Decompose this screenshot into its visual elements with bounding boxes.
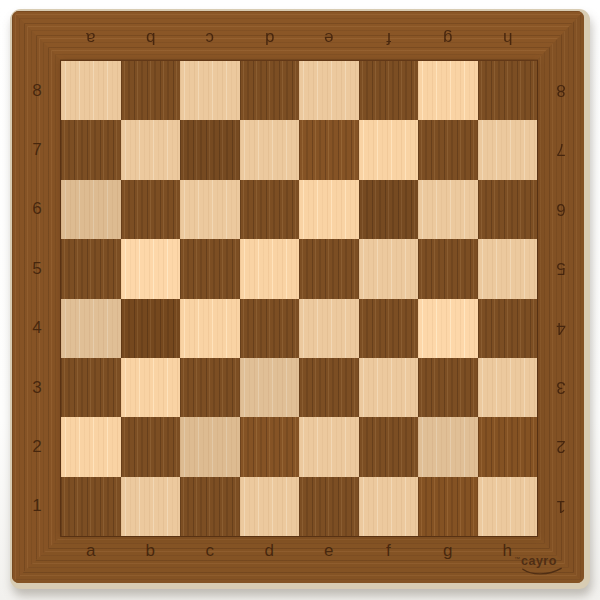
- file-labels-top: abcdefgh: [61, 27, 537, 49]
- square-b2[interactable]: [121, 417, 181, 476]
- rank-labels-left: 87654321: [25, 61, 49, 536]
- file-label-top-b: b: [121, 27, 181, 49]
- square-f5[interactable]: [359, 239, 419, 298]
- file-label-top-a: a: [61, 27, 121, 49]
- rank-label-left-3: 3: [25, 358, 49, 417]
- rank-label-left-6: 6: [25, 180, 49, 239]
- square-f4[interactable]: [359, 299, 419, 358]
- rank-label-right-2: 2: [549, 417, 573, 476]
- rank-label-right-3: 3: [549, 358, 573, 417]
- board-grid: [61, 61, 537, 536]
- square-f1[interactable]: [359, 477, 419, 536]
- square-g7[interactable]: [418, 120, 478, 179]
- file-label-top-c: c: [180, 27, 240, 49]
- square-b4[interactable]: [121, 299, 181, 358]
- square-e6[interactable]: [299, 180, 359, 239]
- square-c7[interactable]: [180, 120, 240, 179]
- square-h1[interactable]: [478, 477, 538, 536]
- square-d3[interactable]: [240, 358, 300, 417]
- square-f8[interactable]: [359, 61, 419, 120]
- square-c5[interactable]: [180, 239, 240, 298]
- square-a8[interactable]: [61, 61, 121, 120]
- rank-label-left-7: 7: [25, 120, 49, 179]
- square-b8[interactable]: [121, 61, 181, 120]
- rank-label-right-6: 6: [549, 180, 573, 239]
- square-b7[interactable]: [121, 120, 181, 179]
- square-e5[interactable]: [299, 239, 359, 298]
- square-e8[interactable]: [299, 61, 359, 120]
- square-g8[interactable]: [418, 61, 478, 120]
- brand-tm: ™: [514, 556, 520, 562]
- square-h4[interactable]: [478, 299, 538, 358]
- square-h7[interactable]: [478, 120, 538, 179]
- square-e3[interactable]: [299, 358, 359, 417]
- square-c4[interactable]: [180, 299, 240, 358]
- square-c2[interactable]: [180, 417, 240, 476]
- square-b5[interactable]: [121, 239, 181, 298]
- square-c6[interactable]: [180, 180, 240, 239]
- file-label-bottom-g: g: [418, 540, 478, 562]
- rank-label-left-8: 8: [25, 61, 49, 120]
- square-a1[interactable]: [61, 477, 121, 536]
- square-c3[interactable]: [180, 358, 240, 417]
- rank-labels-right: 87654321: [549, 61, 573, 536]
- square-a3[interactable]: [61, 358, 121, 417]
- square-a4[interactable]: [61, 299, 121, 358]
- square-h8[interactable]: [478, 61, 538, 120]
- square-e7[interactable]: [299, 120, 359, 179]
- square-d2[interactable]: [240, 417, 300, 476]
- file-label-bottom-a: a: [61, 540, 121, 562]
- square-b3[interactable]: [121, 358, 181, 417]
- square-h5[interactable]: [478, 239, 538, 298]
- square-b6[interactable]: [121, 180, 181, 239]
- square-a2[interactable]: [61, 417, 121, 476]
- file-label-bottom-e: e: [299, 540, 359, 562]
- square-d6[interactable]: [240, 180, 300, 239]
- square-d4[interactable]: [240, 299, 300, 358]
- square-g1[interactable]: [418, 477, 478, 536]
- rank-label-left-1: 1: [25, 477, 49, 536]
- brand-logo: ™cayro: [514, 552, 578, 576]
- rank-label-left-4: 4: [25, 299, 49, 358]
- square-h6[interactable]: [478, 180, 538, 239]
- brand-name: cayro: [521, 554, 557, 568]
- file-label-bottom-c: c: [180, 540, 240, 562]
- square-g2[interactable]: [418, 417, 478, 476]
- chessboard-photo: abcdefgh abcdefgh 87654321 87654321 ™cay…: [0, 0, 600, 600]
- rank-label-left-2: 2: [25, 417, 49, 476]
- rank-label-right-5: 5: [549, 239, 573, 298]
- file-label-top-g: g: [418, 27, 478, 49]
- rank-label-right-7: 7: [549, 120, 573, 179]
- square-d1[interactable]: [240, 477, 300, 536]
- square-e2[interactable]: [299, 417, 359, 476]
- square-g3[interactable]: [418, 358, 478, 417]
- brand-swoosh-icon: [521, 567, 563, 576]
- square-g4[interactable]: [418, 299, 478, 358]
- square-h2[interactable]: [478, 417, 538, 476]
- square-d5[interactable]: [240, 239, 300, 298]
- file-label-top-e: e: [299, 27, 359, 49]
- file-label-bottom-d: d: [240, 540, 300, 562]
- square-c1[interactable]: [180, 477, 240, 536]
- file-label-top-d: d: [240, 27, 300, 49]
- file-label-top-f: f: [359, 27, 419, 49]
- square-a6[interactable]: [61, 180, 121, 239]
- rank-label-right-8: 8: [549, 61, 573, 120]
- square-e1[interactable]: [299, 477, 359, 536]
- square-b1[interactable]: [121, 477, 181, 536]
- rank-label-left-5: 5: [25, 239, 49, 298]
- file-label-bottom-f: f: [359, 540, 419, 562]
- square-f2[interactable]: [359, 417, 419, 476]
- square-h3[interactable]: [478, 358, 538, 417]
- square-e4[interactable]: [299, 299, 359, 358]
- rank-label-right-4: 4: [549, 299, 573, 358]
- square-d8[interactable]: [240, 61, 300, 120]
- file-label-top-h: h: [478, 27, 538, 49]
- square-g6[interactable]: [418, 180, 478, 239]
- square-a5[interactable]: [61, 239, 121, 298]
- square-f7[interactable]: [359, 120, 419, 179]
- square-d7[interactable]: [240, 120, 300, 179]
- square-f6[interactable]: [359, 180, 419, 239]
- square-c8[interactable]: [180, 61, 240, 120]
- square-f3[interactable]: [359, 358, 419, 417]
- file-label-bottom-b: b: [121, 540, 181, 562]
- file-labels-bottom: abcdefgh: [61, 540, 537, 562]
- rank-label-right-1: 1: [549, 477, 573, 536]
- square-g5[interactable]: [418, 239, 478, 298]
- square-a7[interactable]: [61, 120, 121, 179]
